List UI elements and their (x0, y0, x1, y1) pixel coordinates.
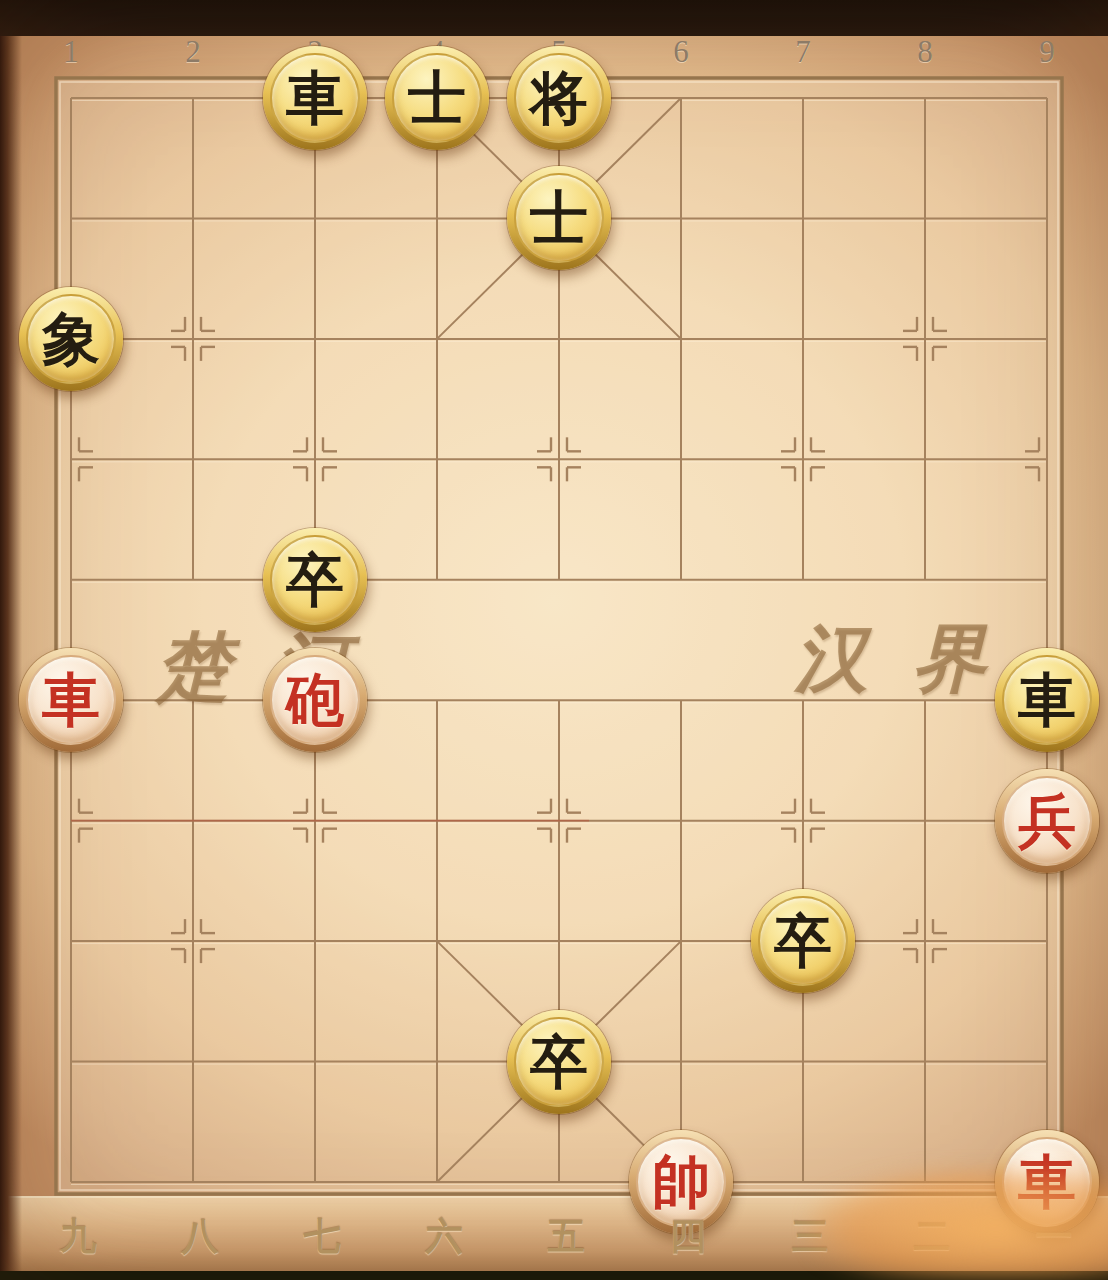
piece-black-pawn[interactable]: 卒 (751, 889, 855, 993)
file-label-bottom: 二 (914, 1212, 951, 1262)
file-label-top: 9 (1039, 34, 1055, 70)
piece-glyph: 象 (19, 287, 123, 391)
file-label-bottom: 六 (426, 1212, 463, 1262)
piece-glyph: 兵 (995, 769, 1099, 873)
piece-black-pawn[interactable]: 卒 (507, 1010, 611, 1114)
file-label-top: 7 (795, 34, 811, 70)
xiangqi-app: 123456789 九八七六五四三二一 楚河 汉界 車士将士象卒車砲車兵卒卒帥車 (0, 0, 1108, 1280)
file-label-bottom: 九 (60, 1212, 97, 1262)
piece-glyph: 士 (385, 46, 489, 150)
piece-black-pawn[interactable]: 卒 (263, 528, 367, 632)
piece-glyph: 卒 (751, 889, 855, 993)
piece-black-general[interactable]: 将 (507, 46, 611, 150)
file-label-bottom: 四 (670, 1212, 707, 1262)
file-label-bottom: 三 (792, 1212, 829, 1262)
piece-glyph: 車 (263, 46, 367, 150)
file-label-top: 2 (185, 34, 201, 70)
river-label-hanjie: 汉界 (750, 610, 1030, 710)
piece-glyph: 卒 (263, 528, 367, 632)
xiangqi-board[interactable]: 123456789 九八七六五四三二一 楚河 汉界 車士将士象卒車砲車兵卒卒帥車 (0, 0, 1108, 1280)
file-label-bottom: 八 (182, 1212, 219, 1262)
file-label-bottom: 一 (1036, 1212, 1073, 1262)
piece-glyph: 将 (507, 46, 611, 150)
piece-glyph: 車 (19, 648, 123, 752)
piece-glyph: 砲 (263, 648, 367, 752)
file-label-bottom: 五 (548, 1212, 585, 1262)
piece-black-elephant[interactable]: 象 (19, 287, 123, 391)
file-label-top: 1 (63, 34, 79, 70)
file-label-top: 8 (917, 34, 933, 70)
piece-red-rook[interactable]: 車 (19, 648, 123, 752)
file-label-top: 6 (673, 34, 689, 70)
piece-glyph: 士 (507, 166, 611, 270)
piece-black-advisor[interactable]: 士 (385, 46, 489, 150)
piece-red-cannon[interactable]: 砲 (263, 648, 367, 752)
piece-glyph: 卒 (507, 1010, 611, 1114)
piece-black-advisor[interactable]: 士 (507, 166, 611, 270)
file-label-bottom: 七 (304, 1212, 341, 1262)
piece-black-rook[interactable]: 車 (995, 648, 1099, 752)
piece-glyph: 車 (995, 648, 1099, 752)
piece-black-rook[interactable]: 車 (263, 46, 367, 150)
piece-red-pawn[interactable]: 兵 (995, 769, 1099, 873)
